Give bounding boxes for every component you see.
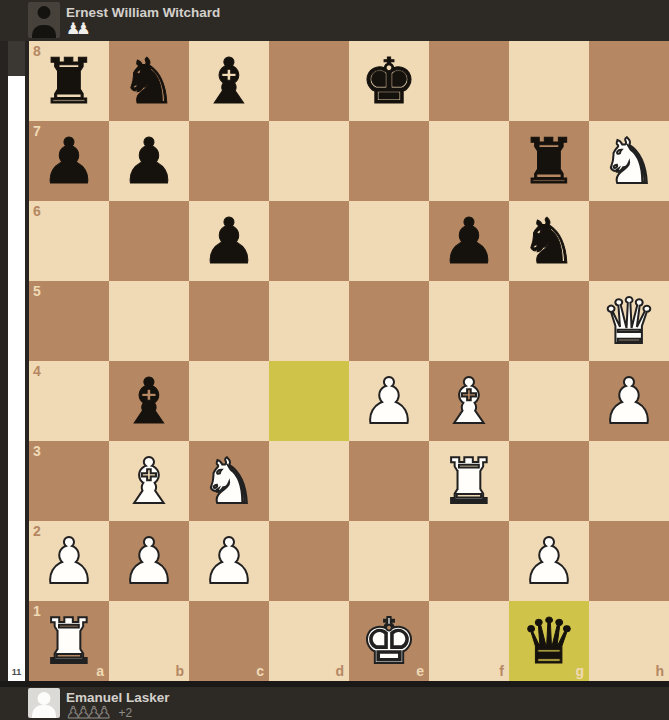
piece-white-bishop[interactable]: ♝: [121, 450, 177, 513]
square-b7[interactable]: ♟: [109, 121, 189, 201]
square-b1[interactable]: b: [109, 601, 189, 681]
square-e5[interactable]: [349, 281, 429, 361]
square-d4[interactable]: [269, 361, 349, 441]
piece-black-pawn[interactable]: ♟: [201, 210, 257, 273]
file-label-g: g: [575, 664, 584, 678]
rank-label-2: 2: [33, 524, 41, 538]
square-d7[interactable]: [269, 121, 349, 201]
square-a3[interactable]: 3: [29, 441, 109, 521]
square-c7[interactable]: [189, 121, 269, 201]
square-g4[interactable]: [509, 361, 589, 441]
square-g6[interactable]: ♞: [509, 201, 589, 281]
square-g8[interactable]: [509, 41, 589, 121]
avatar-person-icon: [32, 705, 56, 718]
square-f1[interactable]: f: [429, 601, 509, 681]
piece-white-pawn[interactable]: ♟: [121, 530, 177, 593]
square-h6[interactable]: [589, 201, 669, 281]
square-e4[interactable]: ♟: [349, 361, 429, 441]
top-player-bar: Ernest William Witchard ♟♟: [0, 0, 669, 41]
square-e1[interactable]: e♚: [349, 601, 429, 681]
top-player-name[interactable]: Ernest William Witchard: [66, 5, 220, 20]
square-e8[interactable]: ♚: [349, 41, 429, 121]
file-label-c: c: [256, 664, 264, 678]
bottom-player-bar: Emanuel Lasker ♟♟♟♟+2: [0, 687, 669, 720]
square-d3[interactable]: [269, 441, 349, 521]
square-a2[interactable]: 2♟: [29, 521, 109, 601]
square-e7[interactable]: [349, 121, 429, 201]
bottom-player-avatar[interactable]: [28, 688, 60, 718]
piece-black-pawn[interactable]: ♟: [441, 210, 497, 273]
piece-black-bishop[interactable]: ♝: [201, 50, 257, 113]
square-e2[interactable]: [349, 521, 429, 601]
piece-black-rook[interactable]: ♜: [521, 130, 577, 193]
piece-black-knight[interactable]: ♞: [521, 210, 577, 273]
square-a5[interactable]: 5: [29, 281, 109, 361]
piece-white-pawn[interactable]: ♟: [601, 370, 657, 433]
board: 8♜♞♝♚7♟♟♜♞6♟♟♞5♛4♝♟♝♟3♝♞♜2♟♟♟♟1a♜bcde♚fg…: [29, 41, 669, 681]
square-b4[interactable]: ♝: [109, 361, 189, 441]
square-e6[interactable]: [349, 201, 429, 281]
rank-label-8: 8: [33, 44, 41, 58]
square-c2[interactable]: ♟: [189, 521, 269, 601]
square-d5[interactable]: [269, 281, 349, 361]
avatar-person-icon: [38, 6, 51, 19]
square-d1[interactable]: d: [269, 601, 349, 681]
eval-bar-black-portion: [8, 41, 25, 76]
piece-black-rook[interactable]: ♜: [41, 50, 97, 113]
square-e3[interactable]: [349, 441, 429, 521]
square-b2[interactable]: ♟: [109, 521, 189, 601]
piece-white-pawn[interactable]: ♟: [361, 370, 417, 433]
piece-black-bishop[interactable]: ♝: [121, 370, 177, 433]
piece-black-king[interactable]: ♚: [361, 50, 417, 113]
square-a1[interactable]: 1a♜: [29, 601, 109, 681]
file-label-h: h: [655, 664, 664, 678]
piece-black-queen[interactable]: ♛: [521, 610, 577, 673]
rank-label-6: 6: [33, 204, 41, 218]
square-d2[interactable]: [269, 521, 349, 601]
piece-black-knight[interactable]: ♞: [121, 50, 177, 113]
square-d6[interactable]: [269, 201, 349, 281]
square-d8[interactable]: [269, 41, 349, 121]
square-h3[interactable]: [589, 441, 669, 521]
piece-black-pawn[interactable]: ♟: [41, 130, 97, 193]
piece-white-rook[interactable]: ♜: [441, 450, 497, 513]
captured-pawn-icons: ♟♟: [66, 21, 91, 37]
square-f7[interactable]: [429, 121, 509, 201]
piece-white-bishop[interactable]: ♝: [441, 370, 497, 433]
piece-white-knight[interactable]: ♞: [601, 130, 657, 193]
square-g1[interactable]: g♛: [509, 601, 589, 681]
square-f5[interactable]: [429, 281, 509, 361]
avatar-person-icon: [32, 25, 56, 38]
file-label-e: e: [416, 664, 424, 678]
top-captured-pieces: ♟♟: [66, 21, 91, 37]
rank-label-7: 7: [33, 124, 41, 138]
square-a6[interactable]: 6: [29, 201, 109, 281]
square-b8[interactable]: ♞: [109, 41, 189, 121]
square-c5[interactable]: [189, 281, 269, 361]
square-a7[interactable]: 7♟: [29, 121, 109, 201]
square-b3[interactable]: ♝: [109, 441, 189, 521]
piece-white-pawn[interactable]: ♟: [521, 530, 577, 593]
square-f4[interactable]: ♝: [429, 361, 509, 441]
file-label-a: a: [96, 664, 104, 678]
square-h5[interactable]: ♛: [589, 281, 669, 361]
rank-label-3: 3: [33, 444, 41, 458]
file-label-b: b: [175, 664, 184, 678]
eval-value: 11: [8, 667, 25, 677]
square-h8[interactable]: [589, 41, 669, 121]
captured-pawn-icons: ♟♟♟♟: [66, 705, 111, 720]
square-f6[interactable]: ♟: [429, 201, 509, 281]
piece-white-king[interactable]: ♚: [361, 610, 417, 673]
piece-white-queen[interactable]: ♛: [601, 290, 657, 353]
bottom-captured-pieces: ♟♟♟♟+2: [66, 705, 132, 720]
avatar-person-icon: [38, 692, 51, 705]
square-h2[interactable]: [589, 521, 669, 601]
file-label-f: f: [499, 664, 504, 678]
eval-bar: 11: [8, 41, 25, 681]
piece-white-rook[interactable]: ♜: [41, 610, 97, 673]
square-a8[interactable]: 8♜: [29, 41, 109, 121]
square-h4[interactable]: ♟: [589, 361, 669, 441]
square-g3[interactable]: [509, 441, 589, 521]
square-f3[interactable]: ♜: [429, 441, 509, 521]
top-player-avatar[interactable]: [28, 2, 60, 38]
square-b6[interactable]: [109, 201, 189, 281]
square-c1[interactable]: c: [189, 601, 269, 681]
piece-white-knight[interactable]: ♞: [201, 450, 257, 513]
file-label-d: d: [335, 664, 344, 678]
square-h1[interactable]: h: [589, 601, 669, 681]
rank-label-5: 5: [33, 284, 41, 298]
square-c4[interactable]: [189, 361, 269, 441]
square-f2[interactable]: [429, 521, 509, 601]
piece-black-pawn[interactable]: ♟: [121, 130, 177, 193]
square-b5[interactable]: [109, 281, 189, 361]
square-c3[interactable]: ♞: [189, 441, 269, 521]
material-advantage: +2: [118, 706, 132, 720]
rank-label-4: 4: [33, 364, 41, 378]
square-g2[interactable]: ♟: [509, 521, 589, 601]
piece-white-pawn[interactable]: ♟: [201, 530, 257, 593]
square-a4[interactable]: 4: [29, 361, 109, 441]
square-g7[interactable]: ♜: [509, 121, 589, 201]
square-f8[interactable]: [429, 41, 509, 121]
piece-white-pawn[interactable]: ♟: [41, 530, 97, 593]
square-c6[interactable]: ♟: [189, 201, 269, 281]
square-c8[interactable]: ♝: [189, 41, 269, 121]
square-h7[interactable]: ♞: [589, 121, 669, 201]
rank-label-1: 1: [33, 604, 41, 618]
square-g5[interactable]: [509, 281, 589, 361]
